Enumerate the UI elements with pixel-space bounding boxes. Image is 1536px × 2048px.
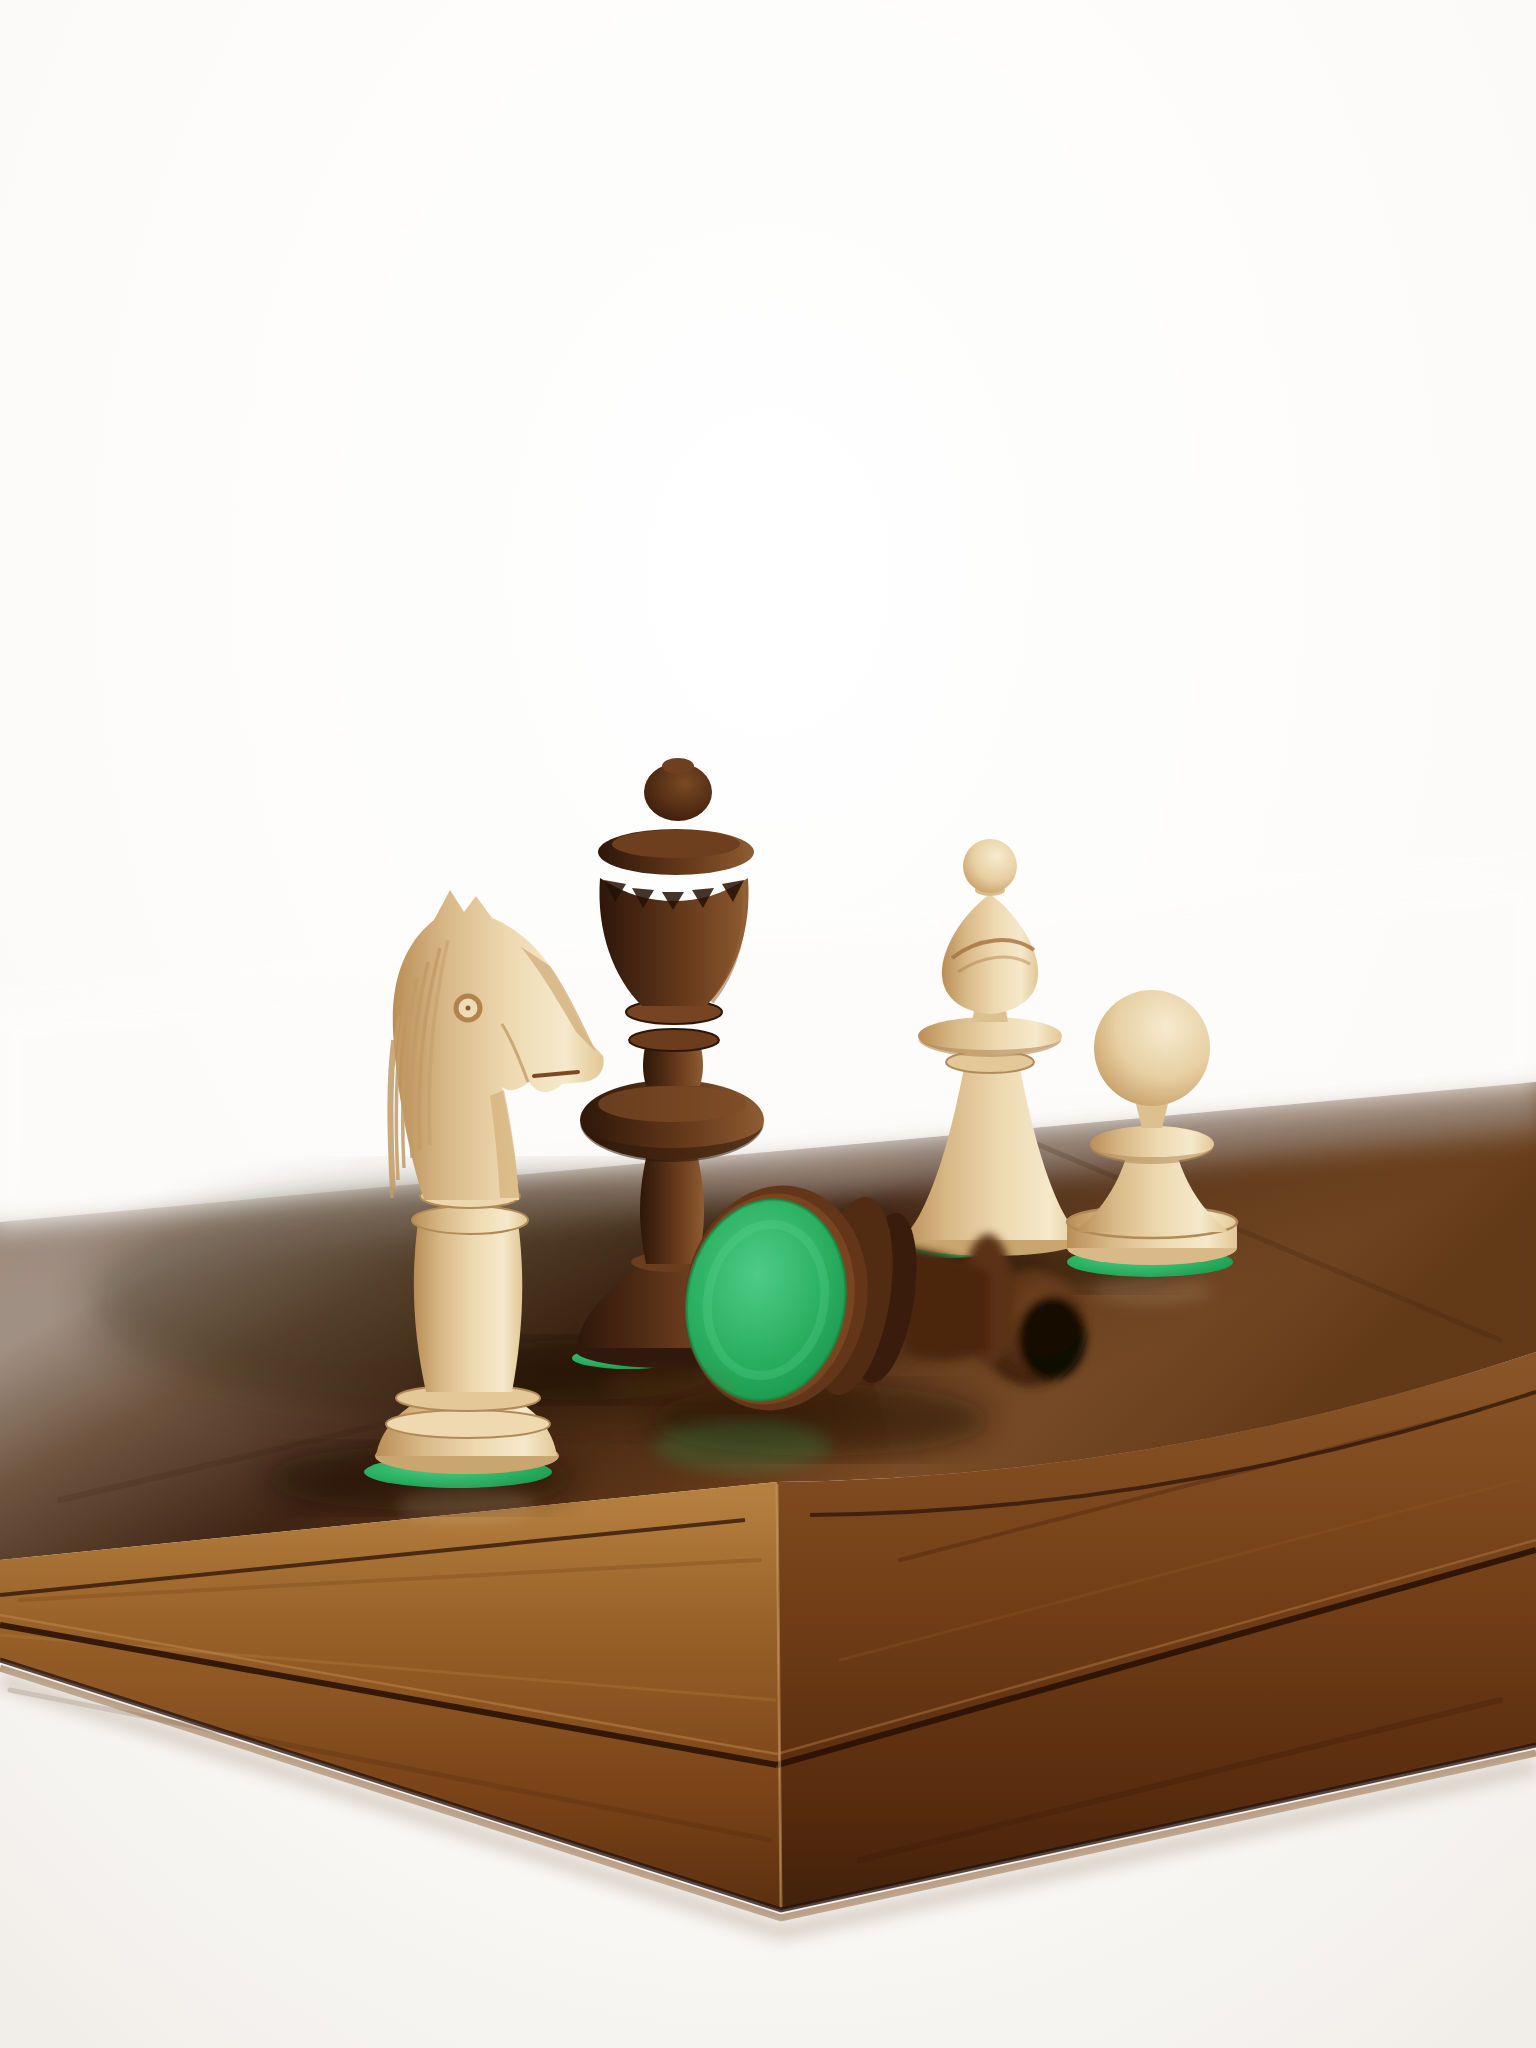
queen-ring-2 xyxy=(629,1029,719,1051)
queen-cushion-top xyxy=(612,830,740,858)
queen-collar-highlight xyxy=(598,1086,746,1122)
knight-waist xyxy=(414,1222,522,1392)
queen-stem xyxy=(640,1158,704,1264)
knight-base-ridge-2 xyxy=(386,1410,550,1438)
king-head-core-shade xyxy=(1018,1296,1086,1380)
felt-green-reflection xyxy=(654,1420,830,1472)
pawn-ball-head xyxy=(1094,990,1210,1106)
bishop-ball-top xyxy=(963,839,1017,893)
knight-collar-ring-2 xyxy=(412,1206,528,1234)
chess-product-photo xyxy=(0,0,1536,2048)
queen-knob-tip xyxy=(662,758,694,774)
knight-eye-pupil xyxy=(466,1006,471,1011)
photo-recreation-canvas xyxy=(0,0,1536,2048)
